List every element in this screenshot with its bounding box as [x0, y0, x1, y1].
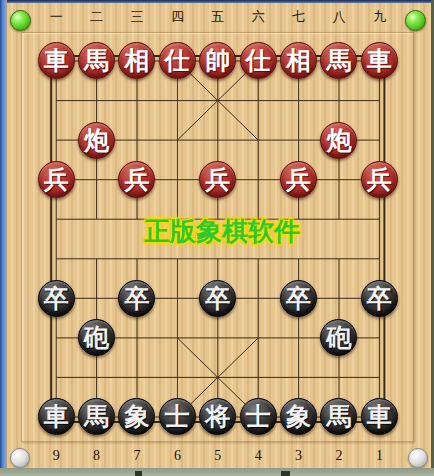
board-point-5-9[interactable]	[359, 199, 399, 239]
board-point-7-9[interactable]: 卒	[359, 278, 399, 318]
board-point-8-3[interactable]	[117, 318, 157, 358]
file-label-top-3: 三	[131, 8, 144, 26]
board-point-4-4[interactable]	[157, 160, 197, 200]
board-point-7-8[interactable]	[319, 278, 359, 318]
piece-red-chariot[interactable]: 車	[38, 42, 75, 79]
board-point-6-2[interactable]	[76, 239, 116, 279]
board-point-10-2[interactable]: 馬	[76, 397, 116, 437]
file-label-top-9: 九	[373, 8, 386, 26]
bottom-strip-mark	[135, 471, 142, 476]
board-point-7-6[interactable]	[238, 278, 278, 318]
board-point-4-8[interactable]	[319, 160, 359, 200]
file-label-bottom-7: 3	[295, 448, 302, 464]
board-point-2-7[interactable]	[278, 81, 318, 121]
board-point-2-9[interactable]	[359, 81, 399, 121]
board-point-1-1[interactable]: 車	[36, 41, 76, 81]
board-point-7-1[interactable]: 卒	[36, 278, 76, 318]
board-point-3-2[interactable]: 炮	[76, 120, 116, 160]
board-point-10-8[interactable]: 馬	[319, 397, 359, 437]
board-point-3-1[interactable]	[36, 120, 76, 160]
file-label-top-4: 四	[171, 8, 184, 26]
board-point-10-1[interactable]: 車	[36, 397, 76, 437]
piece-red-advisor[interactable]: 仕	[240, 42, 277, 79]
piece-black-advisor[interactable]: 士	[240, 398, 277, 435]
board-point-2-3[interactable]	[117, 81, 157, 121]
file-label-top-2: 二	[90, 8, 103, 26]
board-point-4-1[interactable]: 兵	[36, 160, 76, 200]
piece-black-soldier[interactable]: 卒	[38, 280, 75, 317]
piece-black-horse[interactable]: 馬	[78, 398, 115, 435]
board-point-3-4[interactable]	[157, 120, 197, 160]
piece-red-soldier[interactable]: 兵	[280, 161, 317, 198]
piece-red-horse[interactable]: 馬	[78, 42, 115, 79]
board-point-7-5[interactable]: 卒	[198, 278, 238, 318]
piece-red-cannon[interactable]: 炮	[320, 122, 357, 159]
board-point-9-3[interactable]	[117, 358, 157, 398]
river-text: 正版象棋软件	[144, 214, 300, 249]
board-point-10-6[interactable]: 士	[238, 397, 278, 437]
board-point-10-9[interactable]: 車	[359, 397, 399, 437]
board-point-8-7[interactable]	[278, 318, 318, 358]
board-point-10-4[interactable]: 士	[157, 397, 197, 437]
file-label-top-7: 七	[292, 8, 305, 26]
piece-black-elephant[interactable]: 象	[280, 398, 317, 435]
piece-red-soldier[interactable]: 兵	[118, 161, 155, 198]
file-label-bottom-3: 7	[134, 448, 141, 464]
board-point-9-5[interactable]	[198, 358, 238, 398]
indicator-light-bottom-right	[408, 448, 428, 468]
board-point-8-1[interactable]	[36, 318, 76, 358]
piece-red-horse[interactable]: 馬	[320, 42, 357, 79]
file-label-bottom-8: 2	[336, 448, 343, 464]
piece-black-soldier[interactable]: 卒	[118, 280, 155, 317]
board-point-6-1[interactable]	[36, 239, 76, 279]
piece-red-general[interactable]: 帥	[199, 42, 236, 79]
board-point-1-7[interactable]: 相	[278, 41, 318, 81]
piece-black-general[interactable]: 将	[199, 398, 236, 435]
board-point-5-8[interactable]	[319, 199, 359, 239]
board-point-5-2[interactable]	[76, 199, 116, 239]
board-point-8-8[interactable]: 砲	[319, 318, 359, 358]
board-point-10-7[interactable]: 象	[278, 397, 318, 437]
piece-red-elephant[interactable]: 相	[280, 42, 317, 79]
piece-red-advisor[interactable]: 仕	[159, 42, 196, 79]
bottom-strip-mark	[281, 471, 290, 476]
file-label-top-6: 六	[252, 8, 265, 26]
piece-black-cannon[interactable]: 砲	[78, 319, 115, 356]
board-point-4-5[interactable]: 兵	[198, 160, 238, 200]
bottom-strip	[0, 468, 434, 476]
indicator-light-bottom-left	[10, 448, 30, 468]
board-point-9-8[interactable]	[319, 358, 359, 398]
board-point-4-6[interactable]	[238, 160, 278, 200]
board-point-8-4[interactable]	[157, 318, 197, 358]
indicator-light-top-left	[10, 10, 31, 31]
board-point-1-2[interactable]: 馬	[76, 41, 116, 81]
board-point-1-6[interactable]: 仕	[238, 41, 278, 81]
board-point-2-4[interactable]	[157, 81, 197, 121]
piece-black-chariot[interactable]: 車	[38, 398, 75, 435]
piece-red-cannon[interactable]: 炮	[78, 122, 115, 159]
indicator-light-top-right	[405, 10, 426, 31]
board-point-2-8[interactable]	[319, 81, 359, 121]
board-point-3-6[interactable]	[238, 120, 278, 160]
piece-black-soldier[interactable]: 卒	[280, 280, 317, 317]
piece-black-chariot[interactable]: 車	[361, 398, 398, 435]
piece-black-cannon[interactable]: 砲	[320, 319, 357, 356]
board-point-4-9[interactable]: 兵	[359, 160, 399, 200]
piece-black-horse[interactable]: 馬	[320, 398, 357, 435]
board-point-8-6[interactable]	[238, 318, 278, 358]
piece-black-advisor[interactable]: 士	[159, 398, 196, 435]
board-point-10-3[interactable]: 象	[117, 397, 157, 437]
xiangqi-app-window: 一二三四五六七八九 987654321 車馬相仕帥仕相馬車炮炮兵兵兵兵兵卒卒卒卒…	[0, 0, 434, 476]
board-point-7-2[interactable]	[76, 278, 116, 318]
board-point-9-7[interactable]	[278, 358, 318, 398]
board-point-2-5[interactable]	[198, 81, 238, 121]
piece-red-soldier[interactable]: 兵	[361, 161, 398, 198]
board-point-9-6[interactable]	[238, 358, 278, 398]
piece-black-elephant[interactable]: 象	[118, 398, 155, 435]
board-point-3-7[interactable]	[278, 120, 318, 160]
piece-black-soldier[interactable]: 卒	[199, 280, 236, 317]
file-label-bottom-9: 1	[376, 448, 383, 464]
file-label-bottom-2: 8	[93, 448, 100, 464]
piece-red-elephant[interactable]: 相	[118, 42, 155, 79]
board-point-3-5[interactable]	[198, 120, 238, 160]
board-point-8-2[interactable]: 砲	[76, 318, 116, 358]
board-point-4-2[interactable]	[76, 160, 116, 200]
board-point-10-5[interactable]: 将	[198, 397, 238, 437]
file-label-top-8: 八	[333, 8, 346, 26]
board-point-9-1[interactable]	[36, 358, 76, 398]
file-label-bottom-6: 4	[255, 448, 262, 464]
file-label-bottom-4: 6	[174, 448, 181, 464]
piece-red-soldier[interactable]: 兵	[199, 161, 236, 198]
board-point-2-2[interactable]	[76, 81, 116, 121]
board-point-3-8[interactable]: 炮	[319, 120, 359, 160]
file-label-bottom-1: 9	[53, 448, 60, 464]
board-point-7-4[interactable]	[157, 278, 197, 318]
board-point-7-7[interactable]: 卒	[278, 278, 318, 318]
board-point-4-7[interactable]: 兵	[278, 160, 318, 200]
board-point-1-8[interactable]: 馬	[319, 41, 359, 81]
board-point-3-9[interactable]	[359, 120, 399, 160]
board-point-9-2[interactable]	[76, 358, 116, 398]
board-point-5-1[interactable]	[36, 199, 76, 239]
board-point-8-5[interactable]	[198, 318, 238, 358]
board-point-9-4[interactable]	[157, 358, 197, 398]
board-point-6-9[interactable]	[359, 239, 399, 279]
board-point-1-9[interactable]: 車	[359, 41, 399, 81]
piece-red-soldier[interactable]: 兵	[38, 161, 75, 198]
file-label-top-5: 五	[211, 8, 224, 26]
board-point-8-9[interactable]	[359, 318, 399, 358]
board-point-2-6[interactable]	[238, 81, 278, 121]
board-point-1-3[interactable]: 相	[117, 41, 157, 81]
board-point-7-3[interactable]: 卒	[117, 278, 157, 318]
board-point-6-8[interactable]	[319, 239, 359, 279]
file-label-top-1: 一	[50, 8, 63, 26]
board-point-3-3[interactable]	[117, 120, 157, 160]
board-point-2-1[interactable]	[36, 81, 76, 121]
board-point-1-4[interactable]: 仕	[157, 41, 197, 81]
board-point-9-9[interactable]	[359, 358, 399, 398]
board-point-4-3[interactable]: 兵	[117, 160, 157, 200]
piece-black-soldier[interactable]: 卒	[361, 280, 398, 317]
board-point-1-5[interactable]: 帥	[198, 41, 238, 81]
piece-red-chariot[interactable]: 車	[361, 42, 398, 79]
file-label-bottom-5: 5	[214, 448, 221, 464]
